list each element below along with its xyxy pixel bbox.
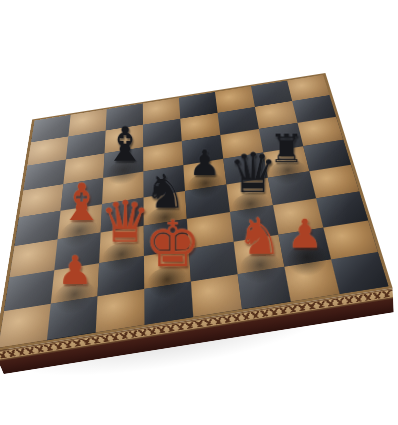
- square-h2: [323, 221, 378, 260]
- square-c1: [96, 289, 145, 333]
- queen-glyph: ♛: [228, 146, 271, 201]
- square-f2: ♞: [234, 235, 285, 274]
- square-a5: [19, 184, 63, 217]
- square-g7: [255, 101, 298, 129]
- square-e1: [191, 274, 242, 317]
- square-e5: ♟: [183, 159, 226, 191]
- square-g2: ♟: [278, 228, 331, 267]
- bishop-glyph: ♝: [104, 121, 144, 169]
- square-b2: ♟: [51, 263, 99, 304]
- square-b4: ♝: [58, 204, 102, 239]
- king-glyph: ♚: [144, 212, 191, 276]
- square-h1: [331, 252, 388, 294]
- queen-glyph: ♛: [99, 194, 144, 251]
- chess-board: ♝♟♜♝♞♛♛♟♚♞♟: [0, 73, 393, 351]
- knight-glyph: ♞: [236, 211, 283, 262]
- square-d2: ♚: [144, 249, 191, 289]
- square-c6: ♝: [103, 147, 143, 178]
- square-a3: [9, 239, 57, 277]
- chess-set-photo: ♝♟♜♝♞♛♛♟♚♞♟: [0, 0, 398, 425]
- square-c3: ♛: [99, 226, 144, 263]
- bishop-glyph: ♝: [59, 177, 102, 228]
- square-e7: [180, 113, 220, 141]
- square-a1: [0, 304, 51, 348]
